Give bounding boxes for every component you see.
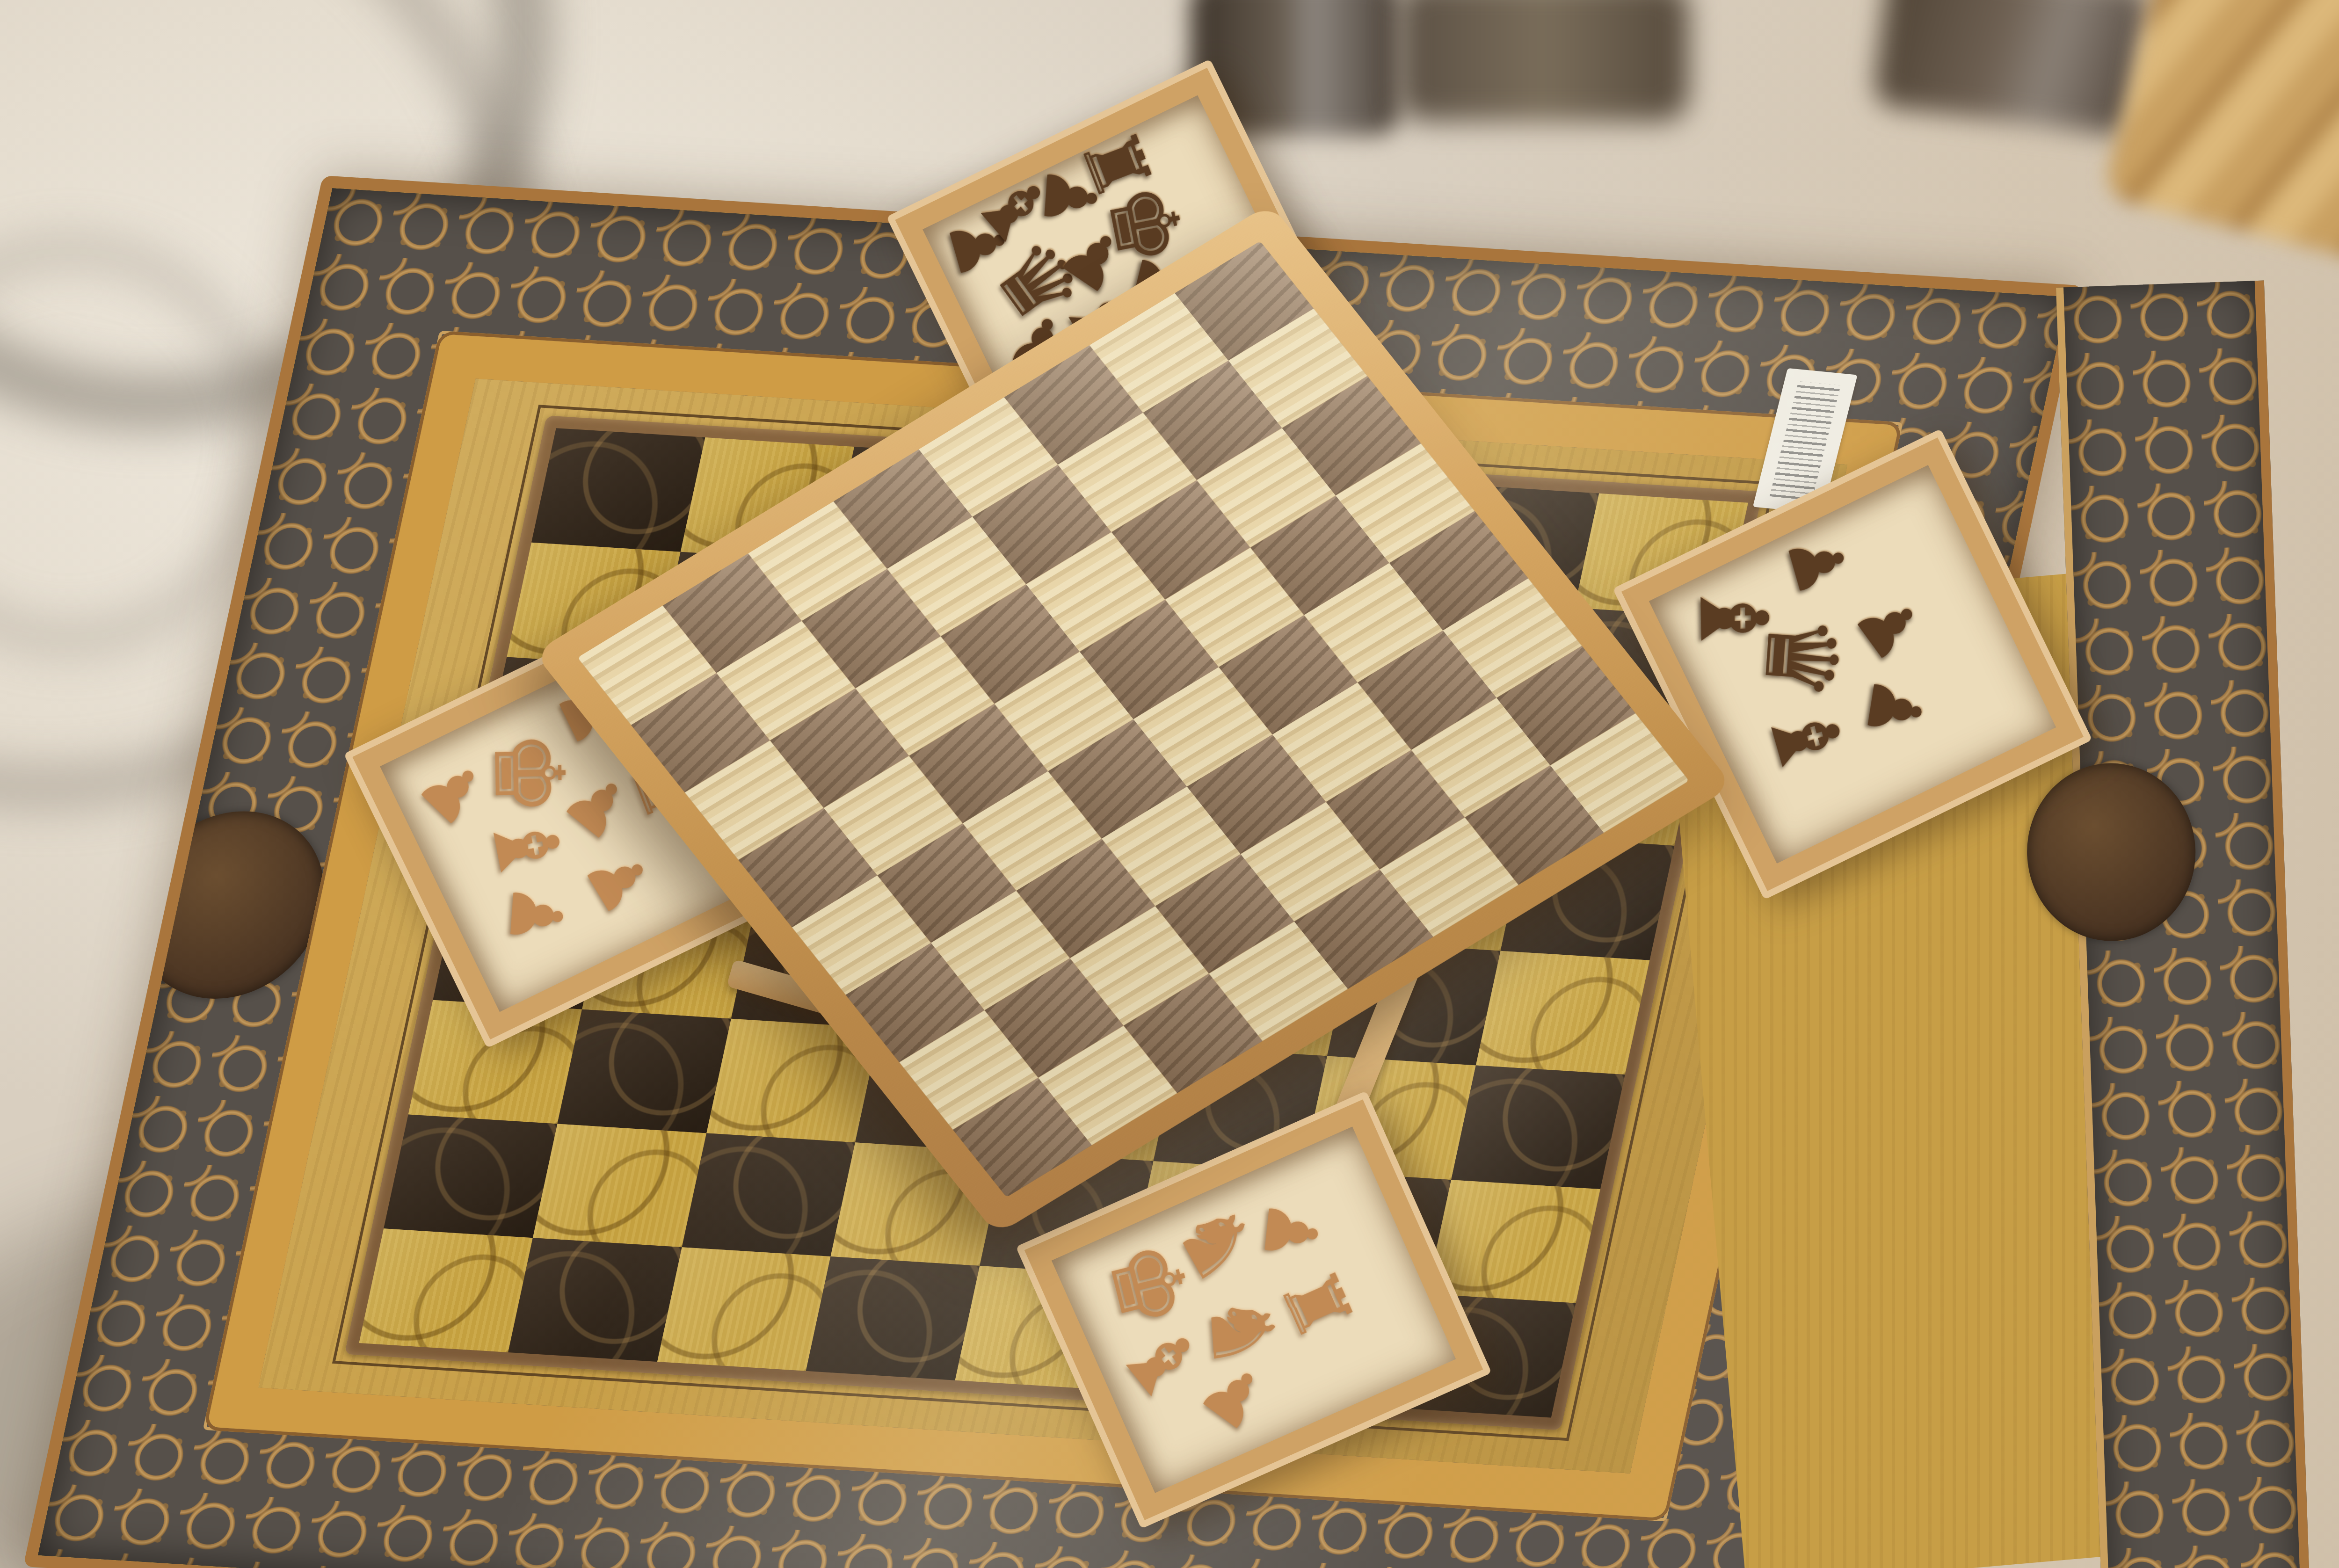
- background-furniture: [1399, 0, 1689, 122]
- chess-piece-light-pawn: ♟: [499, 881, 574, 949]
- chess-piece-dark-pawn: ♟: [1775, 524, 1860, 604]
- chess-piece-light-pawn: ♟: [1253, 1197, 1329, 1267]
- chess-piece-dark-bishop: ♝: [1752, 689, 1860, 790]
- photo-scene: ♟♝♟♜♛♟♚♟♝♟ ♝♟♛♟♝♟ ♟♚♟♝♟♜♟♟ ♚♞♟♝♞♜♟: [0, 0, 2339, 1568]
- chess-piece-dark-pawn: ♟: [1855, 672, 1934, 745]
